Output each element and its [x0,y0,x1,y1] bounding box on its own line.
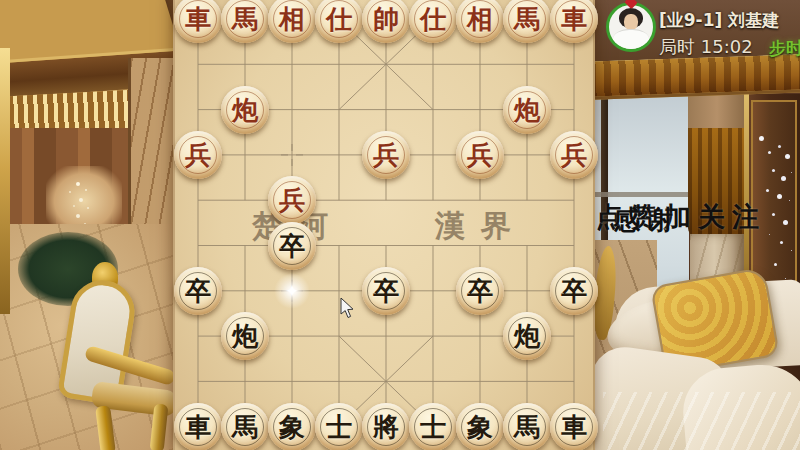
piece-black[interactable]: 馬 [221,403,269,450]
piece-character: 炮 [232,97,258,123]
piece-character: 卒 [373,278,399,304]
game-time-label: 局时 [659,36,695,57]
piece-character: 卒 [279,233,305,259]
piece-character: 卒 [467,278,493,304]
piece-black[interactable]: 將 [362,403,410,450]
piece-black[interactable]: 卒 [268,222,316,270]
column-top-marble [688,94,746,130]
piece-character: 車 [185,414,211,440]
piece-black[interactable]: 象 [456,403,504,450]
piece-character: 炮 [232,323,258,349]
player-hud: [业9-1] 刘基建 局时 15:02 步时 [0,0,800,60]
piece-character: 卒 [561,278,587,304]
follow-text-line2: 感谢 [613,202,679,238]
piece-black[interactable]: 象 [268,403,316,450]
last-move-sparkle: ✦ [274,273,310,309]
piece-black[interactable]: 士 [315,403,363,450]
piece-red[interactable]: 兵 [174,131,222,179]
chandelier-reflection [76,182,80,186]
piece-character: 士 [326,414,352,440]
piece-black[interactable]: 馬 [503,403,551,450]
piece-character: 兵 [373,142,399,168]
piece-character: 炮 [514,97,540,123]
piece-black[interactable]: 卒 [174,267,222,315]
window-frame-horizontal [593,192,689,197]
piece-red[interactable]: 炮 [503,86,551,134]
move-time-label: 步时 [769,37,800,60]
crystal-chandelier [759,136,764,141]
piece-character: 卒 [185,278,211,304]
gold-trim-strip [0,48,10,314]
piece-character: 象 [467,414,493,440]
piece-black[interactable]: 卒 [550,267,598,315]
gold-cornice [593,54,800,99]
piece-black[interactable]: 炮 [503,312,551,360]
piece-character: 車 [561,414,587,440]
stream-frame: 楚河 漢界 車馬相仕帥仕相馬車炮炮兵兵兵兵兵卒卒卒卒卒炮炮車馬象士將士象馬車 ✦… [0,0,800,450]
piece-red[interactable]: 兵 [550,131,598,179]
piece-black[interactable]: 卒 [456,267,504,315]
piece-red[interactable]: 兵 [362,131,410,179]
pieces-layer: 車馬相仕帥仕相馬車炮炮兵兵兵兵兵卒卒卒卒卒炮炮車馬象士將士象馬車 [175,0,597,450]
board[interactable]: 楚河 漢界 車馬相仕帥仕相馬車炮炮兵兵兵兵兵卒卒卒卒卒炮炮車馬象士將士象馬車 ✦ [173,0,595,450]
piece-character: 兵 [467,142,493,168]
couch-fabric-sheen [603,392,800,450]
game-timer: 局时 15:02 [659,35,753,59]
piece-black[interactable]: 車 [550,403,598,450]
left-room-background [0,0,174,450]
piece-black[interactable]: 車 [174,403,222,450]
game-time-value: 15:02 [701,36,753,57]
mouse-cursor [340,298,354,319]
piece-black[interactable]: 士 [409,403,457,450]
piece-black[interactable]: 炮 [221,312,269,360]
player-name: [业9-1] 刘基建 [659,9,779,32]
avatar-shirt [613,29,649,51]
piece-character: 兵 [185,142,211,168]
piece-character: 士 [420,414,446,440]
piece-red[interactable]: 兵 [268,176,316,224]
piece-character: 象 [279,414,305,440]
piece-character: 兵 [561,142,587,168]
piece-character: 兵 [279,187,305,213]
piece-character: 將 [373,414,399,440]
piece-red[interactable]: 兵 [456,131,504,179]
piece-character: 馬 [514,414,540,440]
piece-black[interactable]: 卒 [362,267,410,315]
piece-character: 馬 [232,414,258,440]
avatar-face [624,14,638,30]
piece-character: 炮 [514,323,540,349]
piece-red[interactable]: 炮 [221,86,269,134]
player-avatar [606,2,656,52]
